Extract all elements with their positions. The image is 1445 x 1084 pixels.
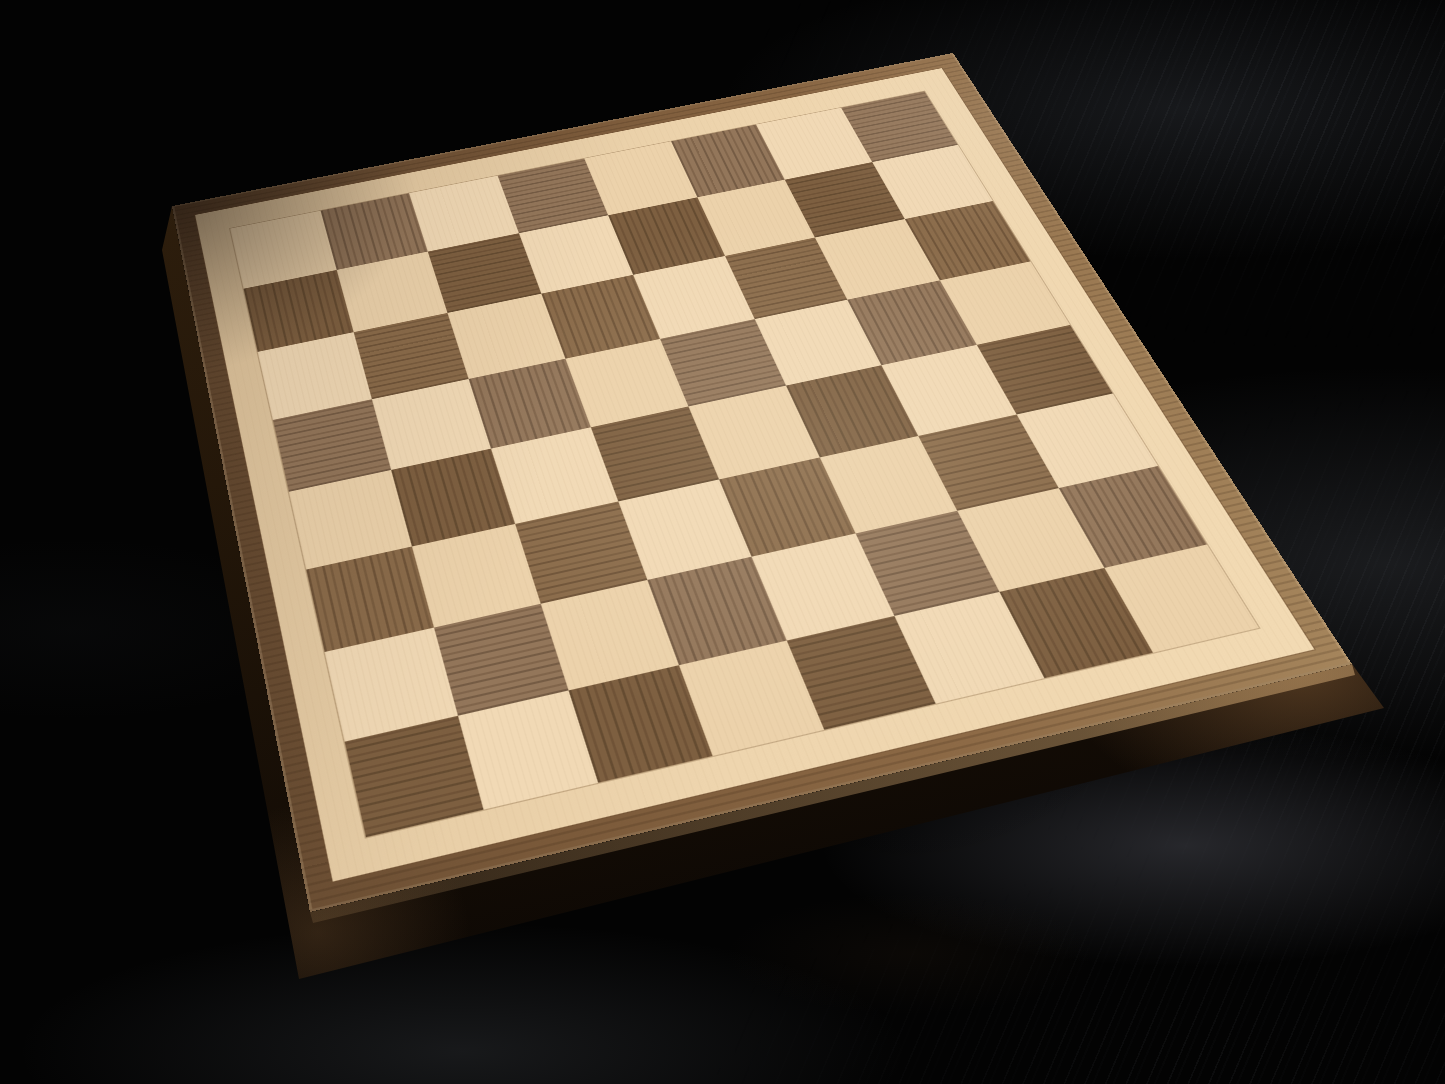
scene xyxy=(0,0,1445,1084)
